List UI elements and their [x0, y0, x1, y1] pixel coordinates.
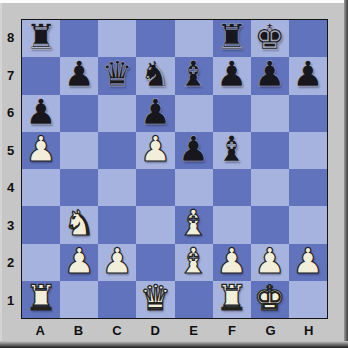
square-h3[interactable]	[289, 206, 327, 243]
panel-bevel-top	[0, 0, 348, 3]
square-g1[interactable]: ♚	[251, 281, 289, 318]
square-b8[interactable]	[60, 20, 98, 57]
square-a7[interactable]	[22, 57, 60, 94]
piece-black-pawn[interactable]: ♟	[178, 132, 209, 167]
file-label-c: C	[98, 319, 136, 342]
square-f6[interactable]	[213, 95, 251, 132]
file-label-a: A	[21, 319, 59, 342]
square-c3[interactable]	[98, 206, 136, 243]
piece-black-pawn[interactable]: ♟	[25, 95, 56, 130]
file-label-b: B	[59, 319, 97, 342]
piece-black-pawn[interactable]: ♟	[292, 57, 323, 92]
piece-black-knight[interactable]: ♞	[140, 57, 171, 92]
square-b6[interactable]	[60, 95, 98, 132]
square-f5[interactable]: ♝	[213, 132, 251, 169]
piece-white-knight[interactable]: ♞	[63, 206, 94, 241]
piece-white-rook[interactable]: ♜	[216, 281, 247, 316]
rank-label-5: 5	[0, 132, 21, 170]
square-e8[interactable]	[175, 20, 213, 57]
square-c7[interactable]: ♛	[98, 57, 136, 94]
square-e6[interactable]	[175, 95, 213, 132]
square-g8[interactable]: ♚	[251, 20, 289, 57]
square-f4[interactable]	[213, 169, 251, 206]
square-e1[interactable]	[175, 281, 213, 318]
square-h7[interactable]: ♟	[289, 57, 327, 94]
piece-white-bishop[interactable]: ♝	[178, 244, 209, 279]
square-c5[interactable]	[98, 132, 136, 169]
piece-black-rook[interactable]: ♜	[216, 20, 247, 55]
square-g5[interactable]	[251, 132, 289, 169]
chess-diagram-panel: 87654321 ABCDEFGH ♜♜♚♟♛♞♝♟♟♟♟♟♟♟♟♝♞♝♟♟♝♟…	[0, 0, 348, 348]
piece-black-king[interactable]: ♚	[254, 20, 285, 55]
square-a8[interactable]: ♜	[22, 20, 60, 57]
square-f7[interactable]: ♟	[213, 57, 251, 94]
square-b5[interactable]	[60, 132, 98, 169]
panel-bevel-right	[344, 0, 348, 348]
piece-white-pawn[interactable]: ♟	[102, 244, 133, 279]
square-f2[interactable]: ♟	[213, 244, 251, 281]
square-d4[interactable]	[136, 169, 174, 206]
piece-black-queen[interactable]: ♛	[102, 57, 133, 92]
square-b4[interactable]	[60, 169, 98, 206]
square-c6[interactable]	[98, 95, 136, 132]
square-c4[interactable]	[98, 169, 136, 206]
piece-white-pawn[interactable]: ♟	[216, 244, 247, 279]
piece-black-bishop[interactable]: ♝	[216, 132, 247, 167]
square-g7[interactable]: ♟	[251, 57, 289, 94]
piece-white-pawn[interactable]: ♟	[292, 244, 323, 279]
square-h2[interactable]: ♟	[289, 244, 327, 281]
square-h6[interactable]	[289, 95, 327, 132]
square-f1[interactable]: ♜	[213, 281, 251, 318]
rank-label-8: 8	[0, 19, 21, 57]
piece-white-pawn[interactable]: ♟	[140, 132, 171, 167]
square-e3[interactable]: ♝	[175, 206, 213, 243]
square-a5[interactable]: ♟	[22, 132, 60, 169]
piece-white-bishop[interactable]: ♝	[178, 206, 209, 241]
square-b1[interactable]	[60, 281, 98, 318]
piece-white-king[interactable]: ♚	[254, 281, 285, 316]
square-g2[interactable]: ♟	[251, 244, 289, 281]
chess-board: ♜♜♚♟♛♞♝♟♟♟♟♟♟♟♟♝♞♝♟♟♝♟♟♟♜♛♜♚	[21, 19, 328, 319]
square-h5[interactable]	[289, 132, 327, 169]
file-label-f: F	[213, 319, 251, 342]
file-label-h: H	[290, 319, 328, 342]
square-d2[interactable]	[136, 244, 174, 281]
square-a3[interactable]	[22, 206, 60, 243]
file-label-g: G	[251, 319, 289, 342]
square-f3[interactable]	[213, 206, 251, 243]
square-h4[interactable]	[289, 169, 327, 206]
piece-black-pawn[interactable]: ♟	[254, 57, 285, 92]
square-f8[interactable]: ♜	[213, 20, 251, 57]
file-labels: ABCDEFGH	[21, 319, 328, 342]
square-d5[interactable]: ♟	[136, 132, 174, 169]
rank-label-2: 2	[0, 244, 21, 282]
square-e5[interactable]: ♟	[175, 132, 213, 169]
file-label-d: D	[136, 319, 174, 342]
square-b7[interactable]: ♟	[60, 57, 98, 94]
square-d7[interactable]: ♞	[136, 57, 174, 94]
piece-black-pawn[interactable]: ♟	[63, 57, 94, 92]
square-a1[interactable]: ♜	[22, 281, 60, 318]
piece-white-pawn[interactable]: ♟	[63, 244, 94, 279]
square-a6[interactable]: ♟	[22, 95, 60, 132]
rank-label-6: 6	[0, 94, 21, 132]
rank-label-3: 3	[0, 207, 21, 245]
rank-label-4: 4	[0, 169, 21, 207]
square-d1[interactable]: ♛	[136, 281, 174, 318]
square-g6[interactable]	[251, 95, 289, 132]
square-h1[interactable]	[289, 281, 327, 318]
square-b3[interactable]: ♞	[60, 206, 98, 243]
square-d6[interactable]: ♟	[136, 95, 174, 132]
piece-white-pawn[interactable]: ♟	[254, 244, 285, 279]
square-c2[interactable]: ♟	[98, 244, 136, 281]
square-d8[interactable]	[136, 20, 174, 57]
piece-white-queen[interactable]: ♛	[140, 281, 171, 316]
square-c8[interactable]	[98, 20, 136, 57]
square-a4[interactable]	[22, 169, 60, 206]
square-g4[interactable]	[251, 169, 289, 206]
square-a2[interactable]	[22, 244, 60, 281]
file-label-e: E	[175, 319, 213, 342]
piece-white-rook[interactable]: ♜	[25, 281, 56, 316]
square-h8[interactable]	[289, 20, 327, 57]
square-e4[interactable]	[175, 169, 213, 206]
square-e2[interactable]: ♝	[175, 244, 213, 281]
rank-label-1: 1	[0, 282, 21, 320]
square-g3[interactable]	[251, 206, 289, 243]
rank-labels: 87654321	[0, 19, 21, 319]
rank-label-7: 7	[0, 57, 21, 95]
piece-black-pawn[interactable]: ♟	[140, 95, 171, 130]
piece-black-rook[interactable]: ♜	[25, 20, 56, 55]
piece-black-pawn[interactable]: ♟	[216, 57, 247, 92]
square-d3[interactable]	[136, 206, 174, 243]
square-e7[interactable]: ♝	[175, 57, 213, 94]
square-b2[interactable]: ♟	[60, 244, 98, 281]
square-c1[interactable]	[98, 281, 136, 318]
piece-black-bishop[interactable]: ♝	[178, 57, 209, 92]
panel-bevel-bottom	[0, 341, 348, 348]
piece-white-pawn[interactable]: ♟	[25, 132, 56, 167]
